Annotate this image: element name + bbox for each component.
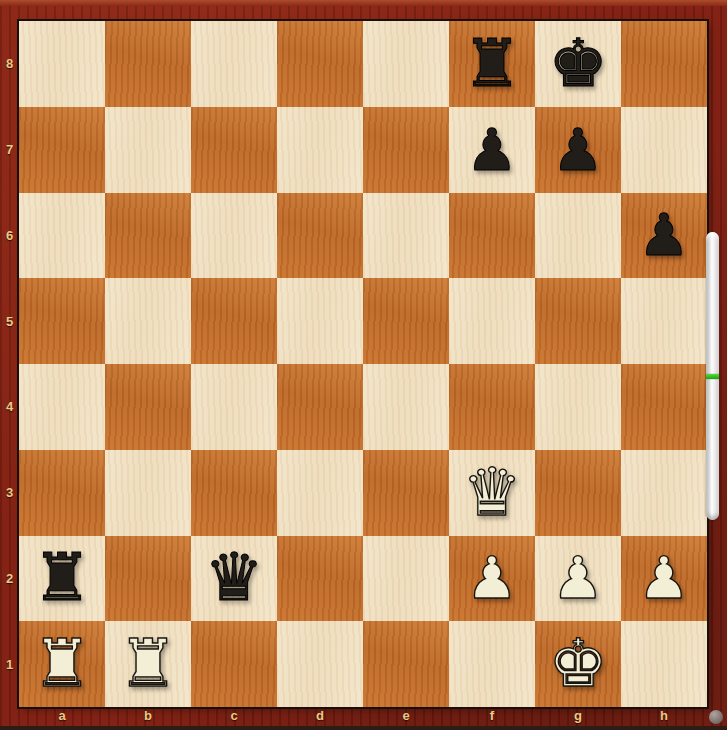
square-b1[interactable]: ♜: [105, 621, 191, 707]
file-label-h: h: [621, 707, 707, 724]
square-f5[interactable]: [449, 278, 535, 364]
square-g6[interactable]: [535, 193, 621, 279]
square-f2[interactable]: ♟: [449, 536, 535, 622]
file-label-e: e: [363, 707, 449, 724]
piece-white-pawn[interactable]: ♟: [466, 549, 518, 607]
square-d5[interactable]: [277, 278, 363, 364]
scrollbar-position-marker: [706, 374, 719, 379]
square-b8[interactable]: [105, 21, 191, 107]
piece-white-pawn[interactable]: ♟: [552, 549, 604, 607]
square-d7[interactable]: [277, 107, 363, 193]
square-g3[interactable]: [535, 450, 621, 536]
rank-label-2: 2: [0, 536, 19, 622]
square-h7[interactable]: [621, 107, 707, 193]
square-d6[interactable]: [277, 193, 363, 279]
square-e6[interactable]: [363, 193, 449, 279]
piece-black-rook[interactable]: ♜: [32, 545, 91, 611]
rank-label-4: 4: [0, 364, 19, 450]
rank-label-6: 6: [0, 193, 19, 279]
file-label-a: a: [19, 707, 105, 724]
square-a2[interactable]: ♜: [19, 536, 105, 622]
square-e3[interactable]: [363, 450, 449, 536]
piece-black-pawn[interactable]: ♟: [466, 121, 518, 179]
file-labels: abcdefgh: [19, 707, 707, 724]
rank-label-7: 7: [0, 107, 19, 193]
square-e7[interactable]: [363, 107, 449, 193]
rank-label-5: 5: [0, 278, 19, 364]
square-h8[interactable]: [621, 21, 707, 107]
square-e1[interactable]: [363, 621, 449, 707]
square-a5[interactable]: [19, 278, 105, 364]
square-g4[interactable]: [535, 364, 621, 450]
piece-white-queen[interactable]: ♛: [462, 460, 521, 526]
square-c8[interactable]: [191, 21, 277, 107]
rank-labels: 87654321: [0, 21, 19, 707]
square-b7[interactable]: [105, 107, 191, 193]
square-a3[interactable]: [19, 450, 105, 536]
square-h2[interactable]: ♟: [621, 536, 707, 622]
square-b3[interactable]: [105, 450, 191, 536]
piece-black-pawn[interactable]: ♟: [638, 206, 690, 264]
square-g8[interactable]: ♚: [535, 21, 621, 107]
square-c2[interactable]: ♛: [191, 536, 277, 622]
square-e2[interactable]: [363, 536, 449, 622]
square-b4[interactable]: [105, 364, 191, 450]
square-d1[interactable]: [277, 621, 363, 707]
piece-black-pawn[interactable]: ♟: [552, 121, 604, 179]
board-scrollbar-thumb[interactable]: [706, 232, 719, 520]
square-g7[interactable]: ♟: [535, 107, 621, 193]
square-a6[interactable]: [19, 193, 105, 279]
square-g5[interactable]: [535, 278, 621, 364]
square-b6[interactable]: [105, 193, 191, 279]
resize-grip-icon: [709, 710, 723, 724]
square-e4[interactable]: [363, 364, 449, 450]
square-h3[interactable]: [621, 450, 707, 536]
file-label-d: d: [277, 707, 363, 724]
board-window: ♜♚♟♟♟♛♜♛♟♟♟♜♜♚ 87654321 abcdefgh: [0, 0, 727, 730]
square-h5[interactable]: [621, 278, 707, 364]
square-d4[interactable]: [277, 364, 363, 450]
square-c7[interactable]: [191, 107, 277, 193]
piece-white-pawn[interactable]: ♟: [638, 549, 690, 607]
piece-black-rook[interactable]: ♜: [462, 31, 521, 97]
square-h1[interactable]: [621, 621, 707, 707]
square-c5[interactable]: [191, 278, 277, 364]
square-h6[interactable]: ♟: [621, 193, 707, 279]
piece-black-king[interactable]: ♚: [548, 31, 607, 97]
square-c4[interactable]: [191, 364, 277, 450]
square-f4[interactable]: [449, 364, 535, 450]
square-e5[interactable]: [363, 278, 449, 364]
square-d8[interactable]: [277, 21, 363, 107]
square-f8[interactable]: ♜: [449, 21, 535, 107]
square-f7[interactable]: ♟: [449, 107, 535, 193]
square-d2[interactable]: [277, 536, 363, 622]
square-a8[interactable]: [19, 21, 105, 107]
square-f6[interactable]: [449, 193, 535, 279]
file-label-c: c: [191, 707, 277, 724]
rank-label-3: 3: [0, 450, 19, 536]
file-label-b: b: [105, 707, 191, 724]
frame-top-highlight: [0, 0, 727, 6]
file-label-g: g: [535, 707, 621, 724]
square-f1[interactable]: [449, 621, 535, 707]
square-a7[interactable]: [19, 107, 105, 193]
square-c1[interactable]: [191, 621, 277, 707]
piece-white-rook[interactable]: ♜: [32, 631, 91, 697]
square-d3[interactable]: [277, 450, 363, 536]
square-g2[interactable]: ♟: [535, 536, 621, 622]
square-a4[interactable]: [19, 364, 105, 450]
file-label-f: f: [449, 707, 535, 724]
square-a1[interactable]: ♜: [19, 621, 105, 707]
square-f3[interactable]: ♛: [449, 450, 535, 536]
rank-label-8: 8: [0, 21, 19, 107]
square-c3[interactable]: [191, 450, 277, 536]
square-b2[interactable]: [105, 536, 191, 622]
chess-board: ♜♚♟♟♟♛♜♛♟♟♟♜♜♚: [19, 21, 707, 707]
rank-label-1: 1: [0, 621, 19, 707]
piece-black-queen[interactable]: ♛: [204, 545, 263, 611]
piece-white-rook[interactable]: ♜: [118, 631, 177, 697]
bottom-edge: [0, 726, 727, 730]
square-h4[interactable]: [621, 364, 707, 450]
square-c6[interactable]: [191, 193, 277, 279]
piece-white-king[interactable]: ♚: [548, 631, 607, 697]
square-b5[interactable]: [105, 278, 191, 364]
square-g1[interactable]: ♚: [535, 621, 621, 707]
square-e8[interactable]: [363, 21, 449, 107]
